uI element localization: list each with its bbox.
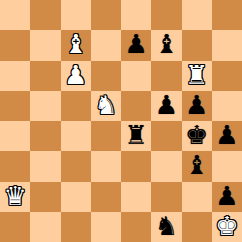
square-g8[interactable] (182, 0, 212, 30)
square-h5[interactable] (212, 91, 242, 121)
square-c3[interactable] (61, 151, 91, 181)
square-c1[interactable] (61, 212, 91, 242)
square-e3[interactable] (121, 151, 151, 181)
white-rook[interactable]: ♜ (185, 62, 208, 88)
square-d8[interactable] (91, 0, 121, 30)
square-e5[interactable] (121, 91, 151, 121)
square-e1[interactable] (121, 212, 151, 242)
white-knight[interactable]: ♞ (94, 92, 117, 118)
black-king[interactable]: ♚ (185, 122, 208, 148)
square-c6[interactable]: ♟ (61, 61, 91, 91)
square-h6[interactable] (212, 61, 242, 91)
square-f8[interactable] (151, 0, 181, 30)
square-d7[interactable] (91, 30, 121, 60)
square-b4[interactable] (30, 121, 60, 151)
black-pawn[interactable]: ♟ (215, 122, 238, 148)
square-a2[interactable]: ♛ (0, 182, 30, 212)
square-d5[interactable]: ♞ (91, 91, 121, 121)
square-c2[interactable] (61, 182, 91, 212)
chess-board: ♝♟♝♟♜♞♟♟♜♚♟♝♛♟♞♚ (0, 0, 242, 242)
square-f5[interactable]: ♟ (151, 91, 181, 121)
square-a1[interactable] (0, 212, 30, 242)
square-f6[interactable] (151, 61, 181, 91)
square-b5[interactable] (30, 91, 60, 121)
square-h3[interactable] (212, 151, 242, 181)
square-g2[interactable] (182, 182, 212, 212)
square-c4[interactable] (61, 121, 91, 151)
square-g1[interactable] (182, 212, 212, 242)
square-f7[interactable]: ♝ (151, 30, 181, 60)
square-e7[interactable]: ♟ (121, 30, 151, 60)
square-g5[interactable]: ♟ (182, 91, 212, 121)
square-c5[interactable] (61, 91, 91, 121)
square-a7[interactable] (0, 30, 30, 60)
white-queen[interactable]: ♛ (3, 183, 26, 209)
square-d4[interactable] (91, 121, 121, 151)
square-h2[interactable]: ♟ (212, 182, 242, 212)
black-bishop[interactable]: ♝ (155, 31, 178, 57)
black-bishop[interactable]: ♝ (185, 152, 208, 178)
square-b6[interactable] (30, 61, 60, 91)
square-e2[interactable] (121, 182, 151, 212)
square-c7[interactable]: ♝ (61, 30, 91, 60)
square-h4[interactable]: ♟ (212, 121, 242, 151)
square-e6[interactable] (121, 61, 151, 91)
square-h8[interactable] (212, 0, 242, 30)
square-f3[interactable] (151, 151, 181, 181)
square-f1[interactable]: ♞ (151, 212, 181, 242)
square-g7[interactable] (182, 30, 212, 60)
square-b3[interactable] (30, 151, 60, 181)
white-bishop[interactable]: ♝ (64, 31, 87, 57)
square-a5[interactable] (0, 91, 30, 121)
black-pawn[interactable]: ♟ (155, 92, 178, 118)
square-b2[interactable] (30, 182, 60, 212)
square-h7[interactable] (212, 30, 242, 60)
square-e4[interactable]: ♜ (121, 121, 151, 151)
square-d3[interactable] (91, 151, 121, 181)
square-d6[interactable] (91, 61, 121, 91)
square-b8[interactable] (30, 0, 60, 30)
square-a8[interactable] (0, 0, 30, 30)
square-e8[interactable] (121, 0, 151, 30)
square-b7[interactable] (30, 30, 60, 60)
square-a6[interactable] (0, 61, 30, 91)
square-d1[interactable] (91, 212, 121, 242)
square-d2[interactable] (91, 182, 121, 212)
square-f2[interactable] (151, 182, 181, 212)
square-f4[interactable] (151, 121, 181, 151)
square-h1[interactable]: ♚ (212, 212, 242, 242)
white-pawn[interactable]: ♟ (64, 62, 87, 88)
square-a3[interactable] (0, 151, 30, 181)
square-g4[interactable]: ♚ (182, 121, 212, 151)
black-pawn[interactable]: ♟ (185, 92, 208, 118)
square-g6[interactable]: ♜ (182, 61, 212, 91)
square-g3[interactable]: ♝ (182, 151, 212, 181)
white-king[interactable]: ♚ (215, 213, 238, 239)
square-b1[interactable] (30, 212, 60, 242)
chess-board-container: ♝♟♝♟♜♞♟♟♜♚♟♝♛♟♞♚ (0, 0, 242, 242)
square-a4[interactable] (0, 121, 30, 151)
black-pawn[interactable]: ♟ (124, 31, 147, 57)
square-c8[interactable] (61, 0, 91, 30)
black-rook[interactable]: ♜ (124, 122, 147, 148)
black-pawn[interactable]: ♟ (215, 183, 238, 209)
black-knight[interactable]: ♞ (155, 213, 178, 239)
